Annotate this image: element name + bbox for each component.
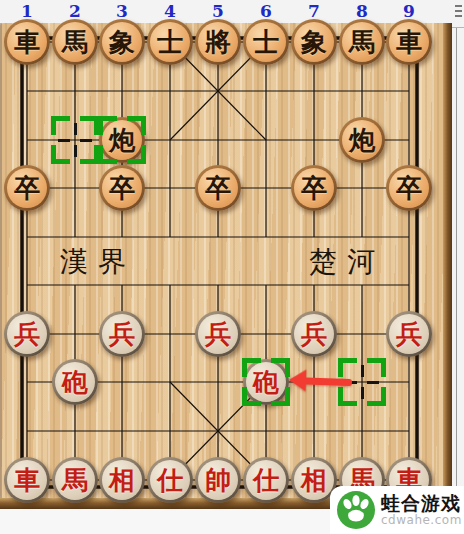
piece-glyph: 兵 xyxy=(102,314,142,354)
piece-red-車[interactable]: 車 xyxy=(4,457,50,503)
side-panel-edge xyxy=(452,0,464,534)
piece-glyph: 將 xyxy=(198,22,238,62)
piece-glyph: 兵 xyxy=(389,314,429,354)
piece-glyph: 馬 xyxy=(55,22,95,62)
piece-black-炮[interactable]: 炮 xyxy=(339,117,385,163)
piece-red-兵[interactable]: 兵 xyxy=(4,311,50,357)
piece-red-兵[interactable]: 兵 xyxy=(99,311,145,357)
piece-glyph: 車 xyxy=(7,460,47,500)
piece-glyph: 相 xyxy=(294,460,334,500)
piece-black-卒[interactable]: 卒 xyxy=(99,165,145,211)
piece-glyph: 兵 xyxy=(198,314,238,354)
panel-divider-line xyxy=(456,28,457,534)
piece-red-砲[interactable]: 砲 xyxy=(52,359,98,405)
panel-top-line xyxy=(452,27,464,28)
river-label-right: 楚河 xyxy=(309,243,385,281)
piece-glyph: 卒 xyxy=(198,168,238,208)
piece-glyph: 象 xyxy=(102,22,142,62)
piece-black-車[interactable]: 車 xyxy=(386,19,432,65)
piece-glyph: 士 xyxy=(246,22,286,62)
piece-glyph: 仕 xyxy=(246,460,286,500)
piece-red-兵[interactable]: 兵 xyxy=(195,311,241,357)
piece-black-馬[interactable]: 馬 xyxy=(339,19,385,65)
piece-black-卒[interactable]: 卒 xyxy=(291,165,337,211)
piece-glyph: 士 xyxy=(150,22,190,62)
panel-dash-marks xyxy=(455,4,463,18)
piece-glyph: 砲 xyxy=(55,362,95,402)
frog-logo-icon xyxy=(337,491,375,529)
crosshair-marker xyxy=(58,123,92,157)
piece-glyph: 兵 xyxy=(7,314,47,354)
move-arrow xyxy=(289,369,353,393)
selection-bracket xyxy=(98,116,146,164)
piece-red-仕[interactable]: 仕 xyxy=(147,457,193,503)
piece-black-象[interactable]: 象 xyxy=(291,19,337,65)
piece-glyph: 卒 xyxy=(389,168,429,208)
piece-black-士[interactable]: 士 xyxy=(147,19,193,65)
piece-red-馬[interactable]: 馬 xyxy=(52,457,98,503)
piece-glyph: 帥 xyxy=(198,460,238,500)
piece-glyph: 兵 xyxy=(294,314,334,354)
piece-glyph: 卒 xyxy=(294,168,334,208)
watermark: 蛙合游戏 cdwahe.com xyxy=(330,486,464,534)
piece-black-卒[interactable]: 卒 xyxy=(4,165,50,211)
piece-glyph: 炮 xyxy=(342,120,382,160)
selection-bracket xyxy=(242,358,290,406)
piece-glyph: 卒 xyxy=(7,168,47,208)
piece-black-馬[interactable]: 馬 xyxy=(52,19,98,65)
piece-glyph: 相 xyxy=(102,460,142,500)
xiangqi-app-window: 漢界 楚河 123456789九八七六五四三二一 車馬象士將士象馬車炮炮卒卒卒卒… xyxy=(0,0,464,534)
piece-red-兵[interactable]: 兵 xyxy=(291,311,337,357)
watermark-name: 蛙合游戏 xyxy=(381,493,462,514)
piece-red-兵[interactable]: 兵 xyxy=(386,311,432,357)
watermark-domain: cdwahe.com xyxy=(381,514,462,527)
piece-glyph: 仕 xyxy=(150,460,190,500)
piece-glyph: 馬 xyxy=(342,22,382,62)
piece-black-卒[interactable]: 卒 xyxy=(386,165,432,211)
piece-glyph: 馬 xyxy=(55,460,95,500)
piece-black-將[interactable]: 將 xyxy=(195,19,241,65)
piece-red-仕[interactable]: 仕 xyxy=(243,457,289,503)
river-label-left: 漢界 xyxy=(60,243,136,281)
piece-black-卒[interactable]: 卒 xyxy=(195,165,241,211)
piece-black-象[interactable]: 象 xyxy=(99,19,145,65)
piece-glyph: 象 xyxy=(294,22,334,62)
piece-glyph: 車 xyxy=(7,22,47,62)
piece-glyph: 車 xyxy=(389,22,429,62)
piece-red-相[interactable]: 相 xyxy=(99,457,145,503)
piece-glyph: 卒 xyxy=(102,168,142,208)
piece-black-士[interactable]: 士 xyxy=(243,19,289,65)
piece-red-帥[interactable]: 帥 xyxy=(195,457,241,503)
piece-black-車[interactable]: 車 xyxy=(4,19,50,65)
